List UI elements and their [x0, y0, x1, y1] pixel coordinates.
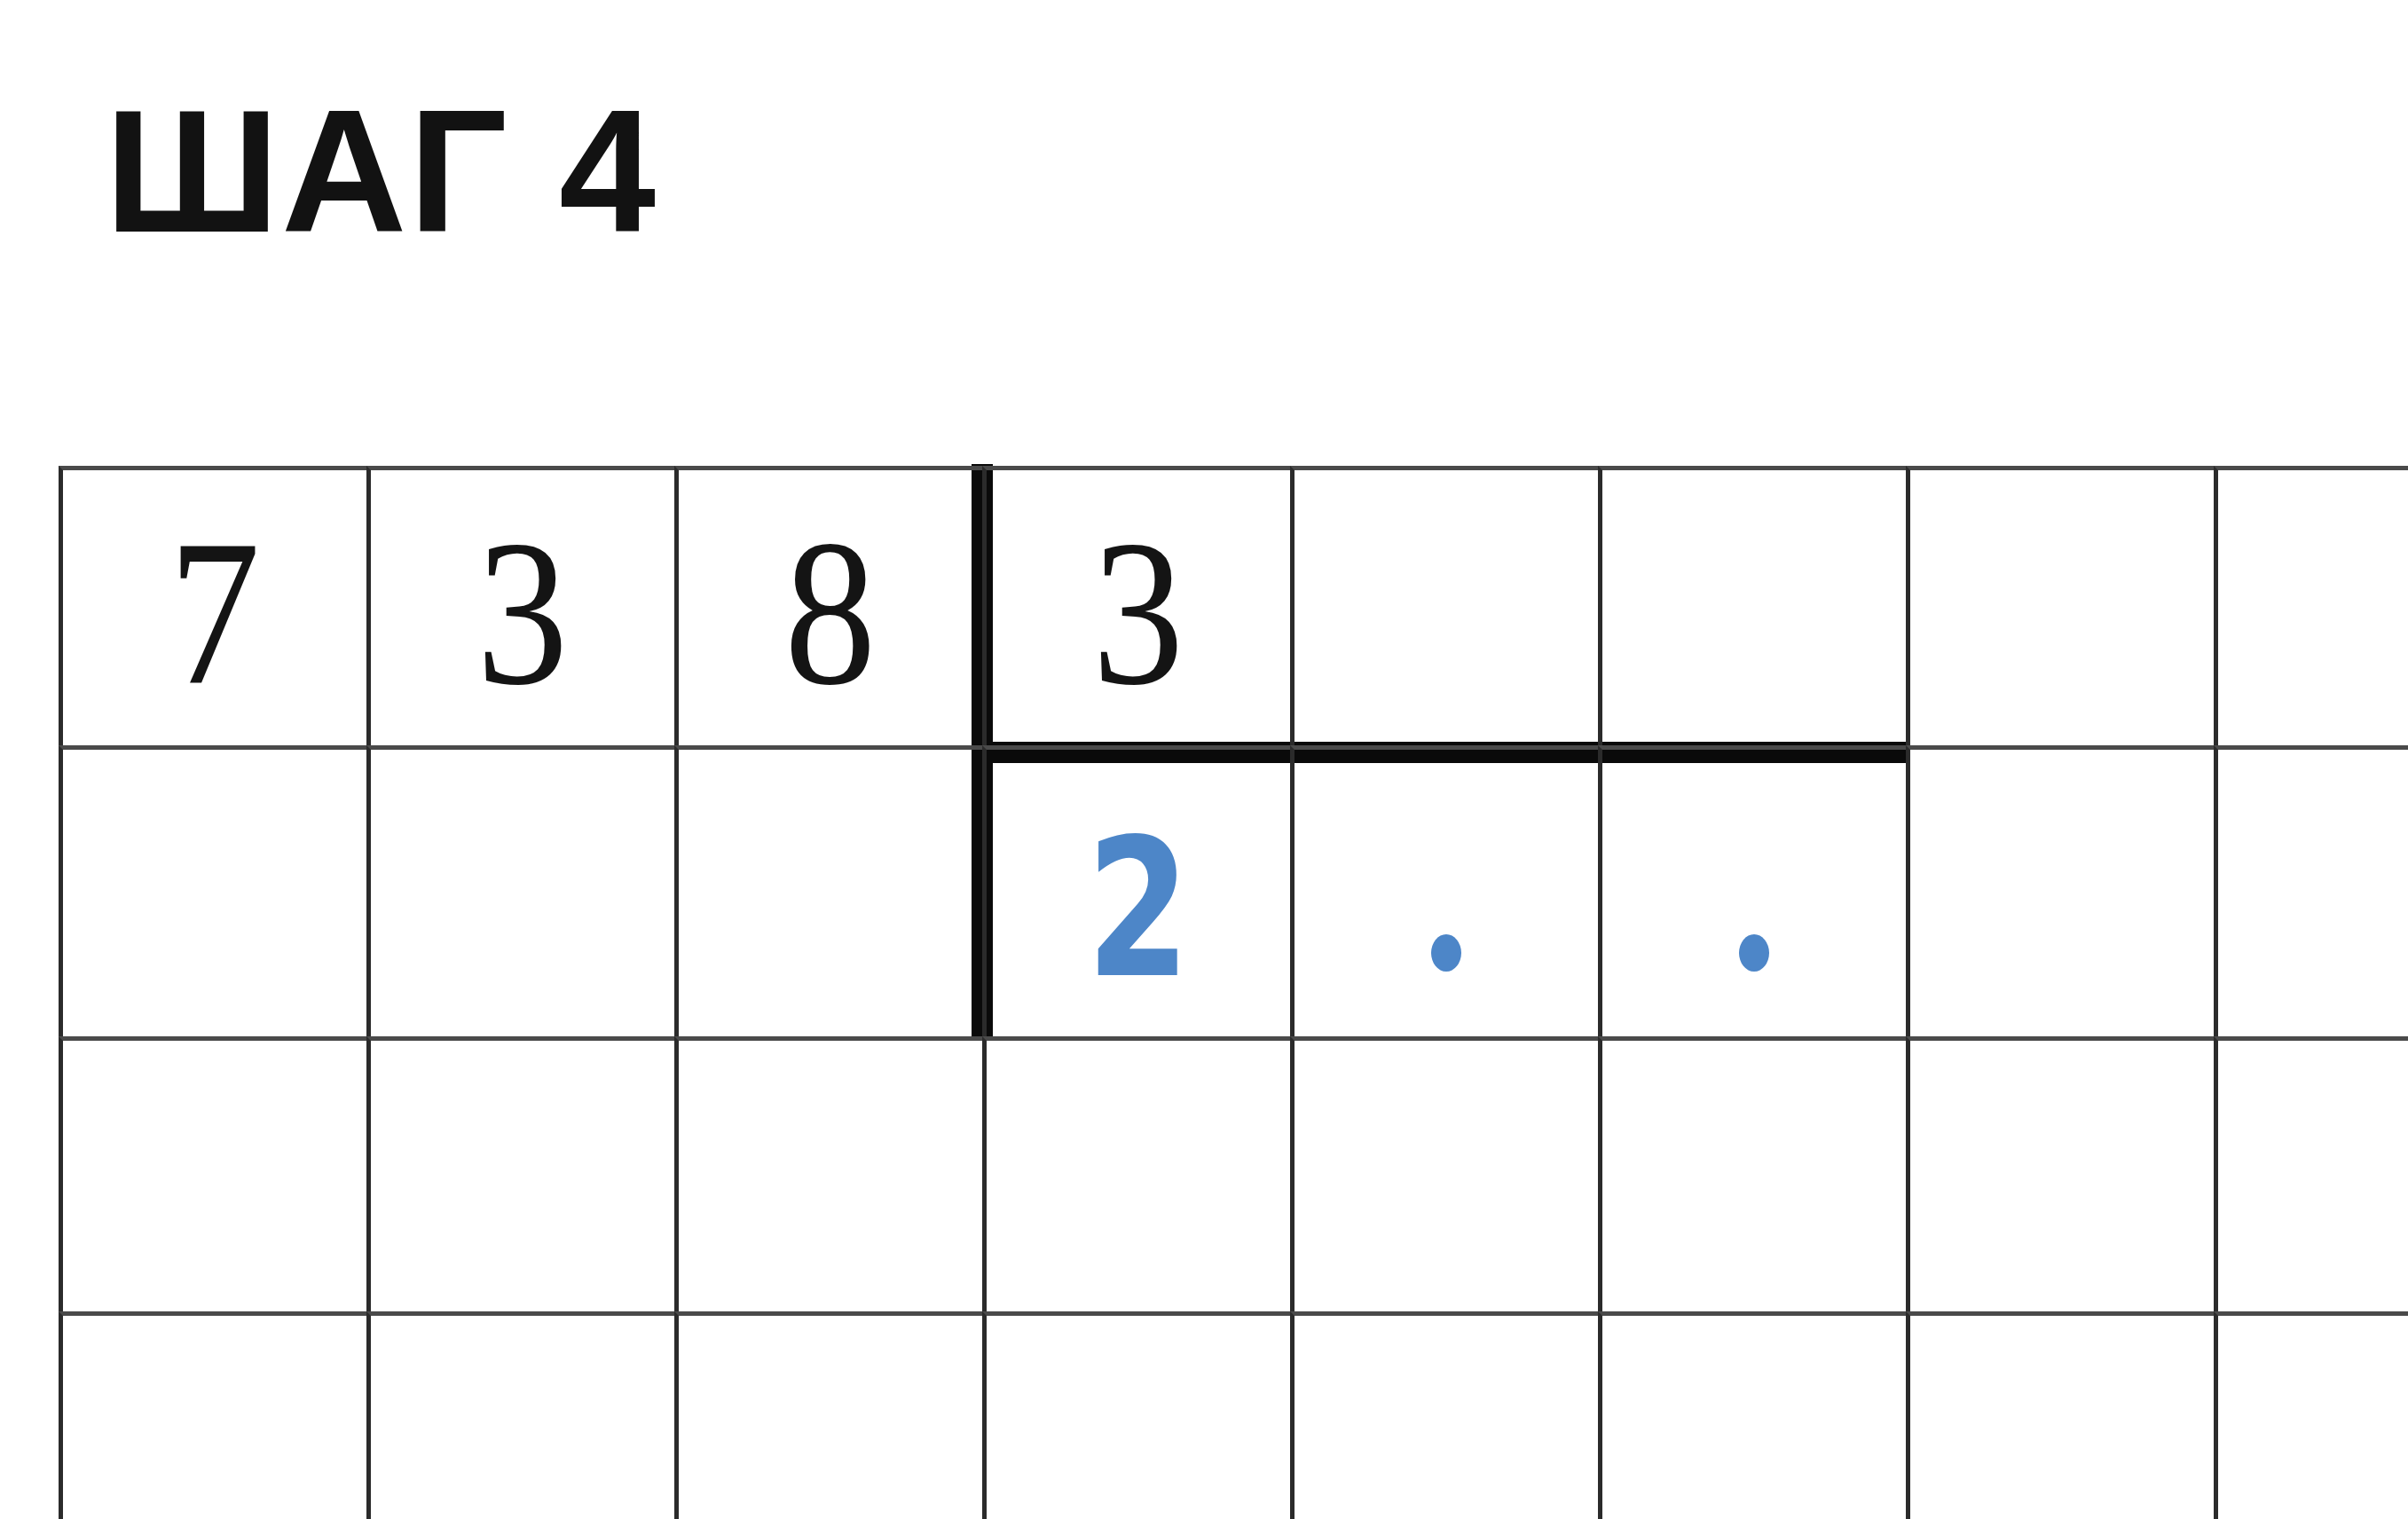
- cell-r3c6: [1598, 1036, 1906, 1311]
- cell-r2c6: [1598, 745, 1906, 1036]
- cell-r4c2: [366, 1311, 674, 1519]
- given-digit: 8: [784, 509, 876, 718]
- cell-r2c1: [59, 745, 366, 1036]
- cell-r3c2: [366, 1036, 674, 1311]
- cell-r4c1: [59, 1311, 366, 1519]
- cell-r3c4: [982, 1036, 1290, 1311]
- quotient-placeholder-dot: [1739, 934, 1769, 972]
- given-digit: 7: [169, 509, 260, 718]
- cell-r4c5: [1290, 1311, 1598, 1519]
- cell-r3c8: [2214, 1036, 2408, 1311]
- cell-r1c7: [1906, 466, 2214, 745]
- cell-r4c7: [1906, 1311, 2214, 1519]
- cell-r2c4: 2: [982, 745, 1290, 1036]
- cell-r3c3: [674, 1036, 982, 1311]
- step-title: ШАГ 4: [105, 85, 657, 259]
- cell-r4c3: [674, 1311, 982, 1519]
- cell-r1c5: [1290, 466, 1598, 745]
- quotient-placeholder-dot: [1431, 934, 1461, 972]
- cell-r1c1: 7: [59, 466, 366, 745]
- cell-r1c8: [2214, 466, 2408, 745]
- given-digit: 3: [476, 509, 568, 718]
- cell-r4c8: [2214, 1311, 2408, 1519]
- division-grid: 73832: [59, 466, 2408, 1519]
- cell-r2c7: [1906, 745, 2214, 1036]
- cell-r1c3: 8: [674, 466, 982, 745]
- worksheet-page: ШАГ 4 73832: [0, 0, 2408, 1519]
- cell-r1c4: 3: [982, 466, 1290, 745]
- cell-r4c6: [1598, 1311, 1906, 1519]
- cell-r3c7: [1906, 1036, 2214, 1311]
- cell-r1c2: 3: [366, 466, 674, 745]
- cell-r1c6: [1598, 466, 1906, 745]
- cell-r2c5: [1290, 745, 1598, 1036]
- cell-r2c2: [366, 745, 674, 1036]
- cell-r2c3: [674, 745, 982, 1036]
- cell-r3c1: [59, 1036, 366, 1311]
- cell-r3c5: [1290, 1036, 1598, 1311]
- cell-r4c4: [982, 1311, 1290, 1519]
- given-digit: 3: [1092, 509, 1184, 718]
- cell-r2c8: [2214, 745, 2408, 1036]
- answer-digit: 2: [1087, 814, 1191, 1004]
